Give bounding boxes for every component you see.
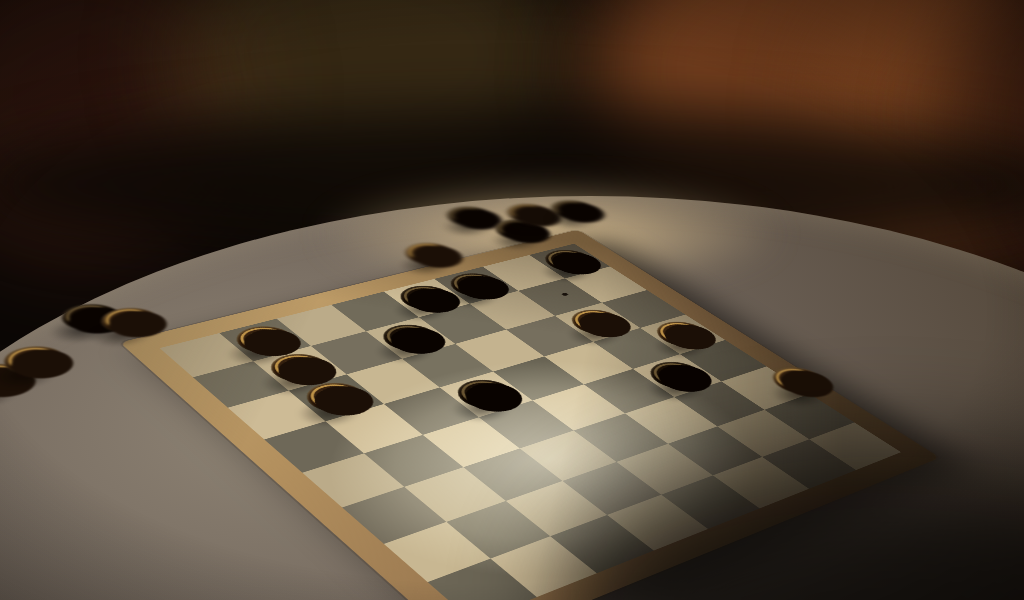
loose-piece-far-table-1[interactable] (396, 239, 466, 269)
loose-piece-far-table-5[interactable] (542, 197, 607, 223)
photo-scene (0, 0, 1024, 600)
